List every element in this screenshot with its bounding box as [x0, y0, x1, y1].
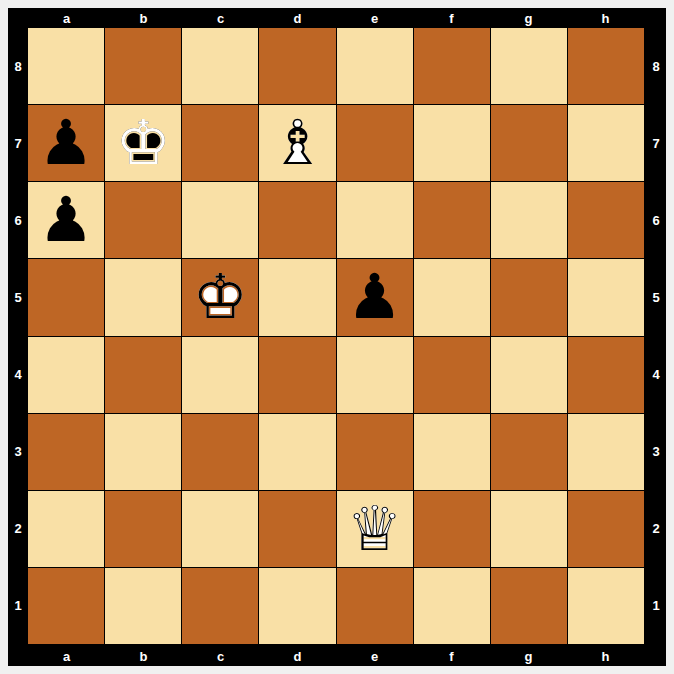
square-f6[interactable] — [414, 182, 490, 258]
square-a3[interactable] — [28, 414, 104, 490]
rank-label-7: 7 — [8, 105, 28, 182]
square-d8[interactable] — [259, 28, 335, 104]
white-bishop-outline: ♗ — [259, 105, 335, 181]
chess-board: ♟♚♔♝♗♟♚♔♟♛♕ — [28, 28, 644, 644]
square-e6[interactable] — [337, 182, 413, 258]
square-d4[interactable] — [259, 337, 335, 413]
square-a8[interactable] — [28, 28, 104, 104]
square-h1[interactable] — [568, 568, 644, 644]
square-d5[interactable] — [259, 259, 335, 335]
file-label-f: f — [413, 8, 490, 28]
square-e3[interactable] — [337, 414, 413, 490]
black-king-outline: ♔ — [105, 105, 181, 181]
rank-label-7: 7 — [646, 105, 666, 182]
square-a1[interactable] — [28, 568, 104, 644]
square-e4[interactable] — [337, 337, 413, 413]
square-g1[interactable] — [491, 568, 567, 644]
square-d6[interactable] — [259, 182, 335, 258]
square-c2[interactable] — [182, 491, 258, 567]
file-label-d: d — [259, 646, 336, 666]
rank-label-2: 2 — [646, 490, 666, 567]
file-label-c: c — [182, 646, 259, 666]
square-g5[interactable] — [491, 259, 567, 335]
square-h5[interactable] — [568, 259, 644, 335]
square-e2[interactable]: ♛♕ — [337, 491, 413, 567]
rank-label-5: 5 — [8, 259, 28, 336]
square-h8[interactable] — [568, 28, 644, 104]
square-f3[interactable] — [414, 414, 490, 490]
file-label-e: e — [336, 8, 413, 28]
square-c3[interactable] — [182, 414, 258, 490]
file-labels-top: abcdefgh — [28, 8, 644, 28]
square-e1[interactable] — [337, 568, 413, 644]
piece-black-pawn[interactable]: ♟ — [337, 259, 413, 335]
square-g4[interactable] — [491, 337, 567, 413]
square-g3[interactable] — [491, 414, 567, 490]
black-pawn-glyph: ♟ — [28, 105, 104, 181]
square-g7[interactable] — [491, 105, 567, 181]
square-h6[interactable] — [568, 182, 644, 258]
square-g2[interactable] — [491, 491, 567, 567]
square-a7[interactable]: ♟ — [28, 105, 104, 181]
rank-label-1: 1 — [8, 567, 28, 644]
square-h3[interactable] — [568, 414, 644, 490]
square-c6[interactable] — [182, 182, 258, 258]
rank-label-4: 4 — [8, 336, 28, 413]
chess-board-diagram: abcdefgh abcdefgh 87654321 87654321 ♟♚♔♝… — [0, 0, 674, 674]
rank-label-6: 6 — [646, 182, 666, 259]
square-f7[interactable] — [414, 105, 490, 181]
piece-black-pawn[interactable]: ♟ — [28, 182, 104, 258]
file-label-f: f — [413, 646, 490, 666]
square-e7[interactable] — [337, 105, 413, 181]
square-f5[interactable] — [414, 259, 490, 335]
rank-label-8: 8 — [646, 28, 666, 105]
square-c7[interactable] — [182, 105, 258, 181]
square-g8[interactable] — [491, 28, 567, 104]
black-pawn-glyph: ♟ — [28, 182, 104, 258]
rank-label-3: 3 — [8, 413, 28, 490]
square-b3[interactable] — [105, 414, 181, 490]
square-c4[interactable] — [182, 337, 258, 413]
white-king-outline: ♔ — [182, 259, 258, 335]
piece-black-pawn[interactable]: ♟ — [28, 105, 104, 181]
file-label-d: d — [259, 8, 336, 28]
rank-labels-right: 87654321 — [646, 28, 666, 644]
square-f1[interactable] — [414, 568, 490, 644]
file-label-e: e — [336, 646, 413, 666]
square-h2[interactable] — [568, 491, 644, 567]
square-b5[interactable] — [105, 259, 181, 335]
square-h4[interactable] — [568, 337, 644, 413]
square-f8[interactable] — [414, 28, 490, 104]
rank-label-8: 8 — [8, 28, 28, 105]
rank-label-6: 6 — [8, 182, 28, 259]
file-label-a: a — [28, 646, 105, 666]
piece-white-queen[interactable]: ♛♕ — [337, 491, 413, 567]
rank-label-5: 5 — [646, 259, 666, 336]
rank-label-4: 4 — [646, 336, 666, 413]
square-c1[interactable] — [182, 568, 258, 644]
square-b8[interactable] — [105, 28, 181, 104]
square-d1[interactable] — [259, 568, 335, 644]
file-label-a: a — [28, 8, 105, 28]
piece-black-king[interactable]: ♚♔ — [105, 105, 181, 181]
square-e5[interactable]: ♟ — [337, 259, 413, 335]
square-f4[interactable] — [414, 337, 490, 413]
black-pawn-glyph: ♟ — [337, 259, 413, 335]
square-d3[interactable] — [259, 414, 335, 490]
file-label-h: h — [567, 646, 644, 666]
file-label-g: g — [490, 8, 567, 28]
square-g6[interactable] — [491, 182, 567, 258]
square-b6[interactable] — [105, 182, 181, 258]
square-d7[interactable]: ♝♗ — [259, 105, 335, 181]
piece-white-king[interactable]: ♚♔ — [182, 259, 258, 335]
square-a4[interactable] — [28, 337, 104, 413]
square-b4[interactable] — [105, 337, 181, 413]
square-d2[interactable] — [259, 491, 335, 567]
square-b2[interactable] — [105, 491, 181, 567]
file-label-c: c — [182, 8, 259, 28]
file-label-g: g — [490, 646, 567, 666]
rank-label-3: 3 — [646, 413, 666, 490]
file-label-h: h — [567, 8, 644, 28]
square-b1[interactable] — [105, 568, 181, 644]
file-labels-bottom: abcdefgh — [28, 646, 644, 666]
square-a5[interactable] — [28, 259, 104, 335]
file-label-b: b — [105, 646, 182, 666]
rank-labels-left: 87654321 — [8, 28, 28, 644]
square-b7[interactable]: ♚♔ — [105, 105, 181, 181]
square-c5[interactable]: ♚♔ — [182, 259, 258, 335]
square-a2[interactable] — [28, 491, 104, 567]
square-a6[interactable]: ♟ — [28, 182, 104, 258]
square-c8[interactable] — [182, 28, 258, 104]
square-h7[interactable] — [568, 105, 644, 181]
rank-label-2: 2 — [8, 490, 28, 567]
square-e8[interactable] — [337, 28, 413, 104]
piece-white-bishop[interactable]: ♝♗ — [259, 105, 335, 181]
file-label-b: b — [105, 8, 182, 28]
square-f2[interactable] — [414, 491, 490, 567]
board-frame: abcdefgh abcdefgh 87654321 87654321 ♟♚♔♝… — [8, 8, 666, 666]
white-queen-outline: ♕ — [337, 491, 413, 567]
rank-label-1: 1 — [646, 567, 666, 644]
